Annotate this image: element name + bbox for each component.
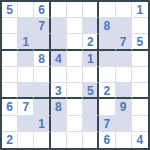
cell-r5c9-empty[interactable] — [132, 67, 148, 83]
cell-r3c3-empty[interactable] — [34, 34, 50, 50]
cell-r4c9-empty[interactable] — [132, 51, 148, 67]
cell-r3c7-empty[interactable] — [99, 34, 115, 50]
cell-r7c1-given-6[interactable]: 6 — [2, 99, 18, 115]
cell-r1c5-empty[interactable] — [67, 2, 83, 18]
cell-r8c5-empty[interactable] — [67, 116, 83, 132]
cell-r7c7-empty[interactable] — [99, 99, 115, 115]
cell-r6c5-empty[interactable] — [67, 83, 83, 99]
cell-r4c2-empty[interactable] — [18, 51, 34, 67]
cell-r4c3-given-8[interactable]: 8 — [34, 51, 50, 67]
cell-r1c3-given-6[interactable]: 6 — [34, 2, 50, 18]
cell-r3c1-empty[interactable] — [2, 34, 18, 50]
cell-r2c6-empty[interactable] — [83, 18, 99, 34]
cell-r9c6-empty[interactable] — [83, 132, 99, 148]
cell-r7c9-empty[interactable] — [132, 99, 148, 115]
cell-r4c5-empty[interactable] — [67, 51, 83, 67]
cell-r1c7-empty[interactable] — [99, 2, 115, 18]
cell-r6c4-given-3[interactable]: 3 — [51, 83, 67, 99]
cell-r5c8-empty[interactable] — [116, 67, 132, 83]
cell-r6c1-empty[interactable] — [2, 83, 18, 99]
cell-r4c7-empty[interactable] — [99, 51, 115, 67]
cell-r1c1-given-5[interactable]: 5 — [2, 2, 18, 18]
cell-r9c4-empty[interactable] — [51, 132, 67, 148]
cell-r5c2-empty[interactable] — [18, 67, 34, 83]
cell-r7c8-given-9[interactable]: 9 — [116, 99, 132, 115]
cell-r5c3-empty[interactable] — [34, 67, 50, 83]
cell-r9c5-empty[interactable] — [67, 132, 83, 148]
cell-r3c4-empty[interactable] — [51, 34, 67, 50]
cell-r8c7-given-7[interactable]: 7 — [99, 116, 115, 132]
cell-r9c8-empty[interactable] — [116, 132, 132, 148]
cell-r4c6-given-1[interactable]: 1 — [83, 51, 99, 67]
cell-r7c2-given-7[interactable]: 7 — [18, 99, 34, 115]
cell-r7c5-empty[interactable] — [67, 99, 83, 115]
cell-r8c6-empty[interactable] — [83, 116, 99, 132]
cell-r9c3-empty[interactable] — [34, 132, 50, 148]
cell-r3c5-empty[interactable] — [67, 34, 83, 50]
cell-r9c1-given-2[interactable]: 2 — [2, 132, 18, 148]
cell-r8c8-empty[interactable] — [116, 116, 132, 132]
cell-r2c4-empty[interactable] — [51, 18, 67, 34]
cell-r9c7-given-6[interactable]: 6 — [99, 132, 115, 148]
cell-r5c5-empty[interactable] — [67, 67, 83, 83]
sudoku-board: 561781275841352678917264 — [0, 0, 150, 150]
cell-r1c6-empty[interactable] — [83, 2, 99, 18]
cell-r3c6-given-2[interactable]: 2 — [83, 34, 99, 50]
cell-r2c8-empty[interactable] — [116, 18, 132, 34]
cell-r6c8-empty[interactable] — [116, 83, 132, 99]
cell-r2c9-empty[interactable] — [132, 18, 148, 34]
cell-r8c1-empty[interactable] — [2, 116, 18, 132]
cell-r6c7-given-2[interactable]: 2 — [99, 83, 115, 99]
cell-r6c6-given-5[interactable]: 5 — [83, 83, 99, 99]
cell-r5c1-empty[interactable] — [2, 67, 18, 83]
cell-r8c9-empty[interactable] — [132, 116, 148, 132]
cell-r2c5-empty[interactable] — [67, 18, 83, 34]
cell-r2c2-empty[interactable] — [18, 18, 34, 34]
cell-r4c4-given-4[interactable]: 4 — [51, 51, 67, 67]
cell-r7c6-empty[interactable] — [83, 99, 99, 115]
cell-r1c9-given-1[interactable]: 1 — [132, 2, 148, 18]
cell-r2c1-empty[interactable] — [2, 18, 18, 34]
cell-r2c3-given-7[interactable]: 7 — [34, 18, 50, 34]
cell-r6c2-empty[interactable] — [18, 83, 34, 99]
cell-r5c7-empty[interactable] — [99, 67, 115, 83]
cell-r8c4-empty[interactable] — [51, 116, 67, 132]
cell-r3c9-given-5[interactable]: 5 — [132, 34, 148, 50]
cell-r8c2-empty[interactable] — [18, 116, 34, 132]
cell-r3c8-given-7[interactable]: 7 — [116, 34, 132, 50]
cell-r2c7-given-8[interactable]: 8 — [99, 18, 115, 34]
cell-r1c2-empty[interactable] — [18, 2, 34, 18]
cell-r5c6-empty[interactable] — [83, 67, 99, 83]
cell-r9c2-empty[interactable] — [18, 132, 34, 148]
cell-r8c3-given-1[interactable]: 1 — [34, 116, 50, 132]
cell-r3c2-given-1[interactable]: 1 — [18, 34, 34, 50]
cell-r9c9-given-4[interactable]: 4 — [132, 132, 148, 148]
cell-r1c8-empty[interactable] — [116, 2, 132, 18]
cell-r4c8-empty[interactable] — [116, 51, 132, 67]
cell-r7c4-given-8[interactable]: 8 — [51, 99, 67, 115]
cell-r5c4-empty[interactable] — [51, 67, 67, 83]
cell-r6c3-empty[interactable] — [34, 83, 50, 99]
cell-r1c4-empty[interactable] — [51, 2, 67, 18]
cell-r6c9-empty[interactable] — [132, 83, 148, 99]
cell-r4c1-empty[interactable] — [2, 51, 18, 67]
cell-r7c3-empty[interactable] — [34, 99, 50, 115]
